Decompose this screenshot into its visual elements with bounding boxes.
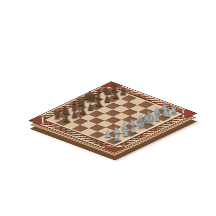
chess-board: ♜♞♝♛♚♝♞♜♟♟♟♟♟♟♟♟♟♟♟♟♟♟♟♟♜♞♝♛♚♝♞♜ <box>29 82 196 152</box>
product-photo-stage: ♜♞♝♛♚♝♞♜♟♟♟♟♟♟♟♟♟♟♟♟♟♟♟♟♜♞♝♛♚♝♞♜ <box>0 0 216 216</box>
